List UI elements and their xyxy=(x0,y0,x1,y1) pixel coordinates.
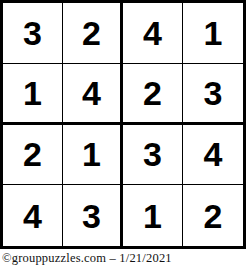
sudoku-cell-r2c1[interactable]: 1 xyxy=(3,64,63,125)
sudoku-cell-r3c3[interactable]: 3 xyxy=(123,125,183,186)
sudoku-cell-r2c2[interactable]: 4 xyxy=(63,64,123,125)
sudoku-cell-r4c3[interactable]: 1 xyxy=(123,185,183,246)
copyright-text: ©grouppuzzles.com – 1/21/2021 xyxy=(2,251,172,266)
sudoku-cell-r1c1[interactable]: 3 xyxy=(3,3,63,64)
sudoku-cell-r1c3[interactable]: 4 xyxy=(123,3,183,64)
sudoku-cell-r4c2[interactable]: 3 xyxy=(63,185,123,246)
sudoku-cell-r3c2[interactable]: 1 xyxy=(63,125,123,186)
sudoku-cell-r1c4[interactable]: 1 xyxy=(183,3,243,64)
sudoku-board: 3 2 4 1 1 4 2 3 2 1 3 4 4 3 1 2 xyxy=(0,0,246,249)
sudoku-cell-r3c1[interactable]: 2 xyxy=(3,125,63,186)
sudoku-cell-r3c4[interactable]: 4 xyxy=(183,125,243,186)
sudoku-cell-r2c4[interactable]: 3 xyxy=(183,64,243,125)
sudoku-cell-r4c1[interactable]: 4 xyxy=(3,185,63,246)
sudoku-cell-r4c4[interactable]: 2 xyxy=(183,185,243,246)
sudoku-cell-r1c2[interactable]: 2 xyxy=(63,3,123,64)
sudoku-page: 3 2 4 1 1 4 2 3 2 1 3 4 4 3 1 2 ©grouppu… xyxy=(0,0,247,269)
sudoku-cell-r2c3[interactable]: 2 xyxy=(123,64,183,125)
